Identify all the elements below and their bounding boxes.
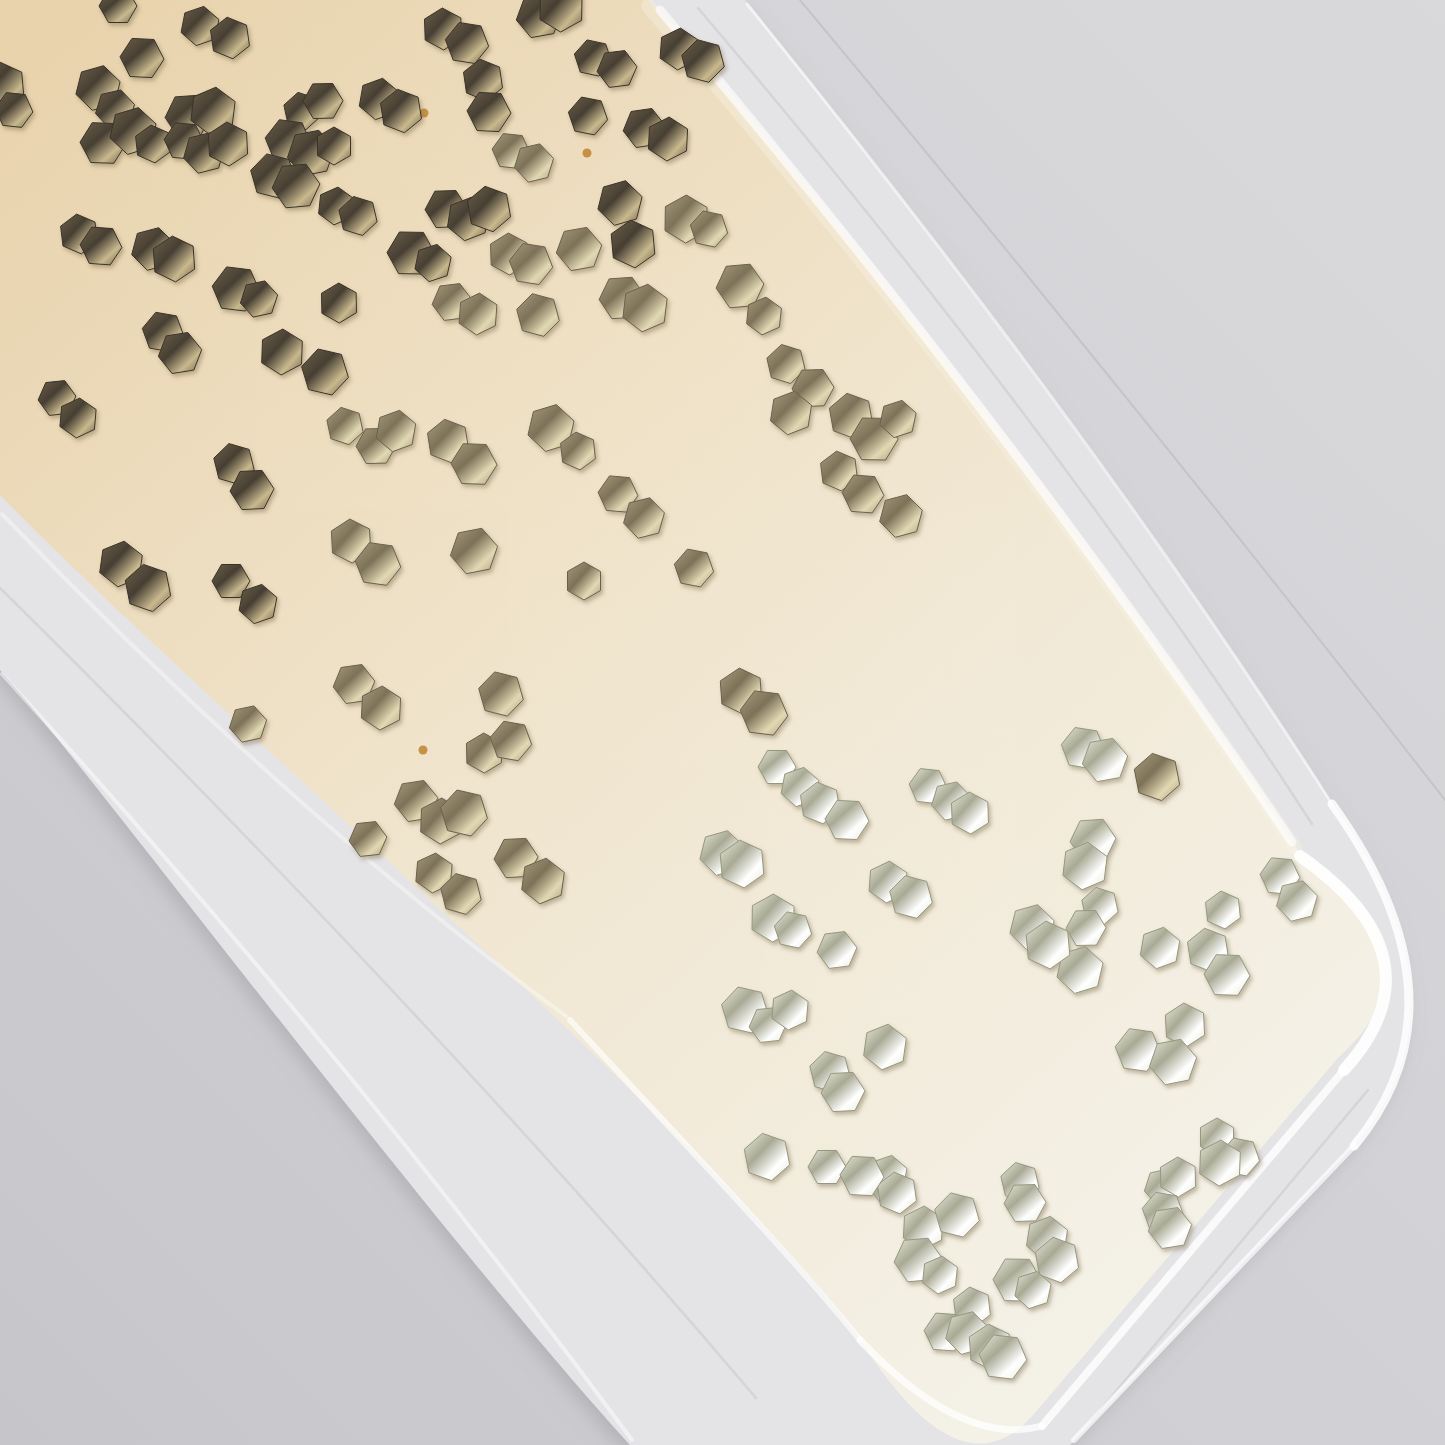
wax-speck	[583, 149, 592, 158]
product-photo	[0, 0, 1445, 1445]
wax-speck	[419, 746, 428, 755]
photo-stage	[0, 0, 1445, 1445]
